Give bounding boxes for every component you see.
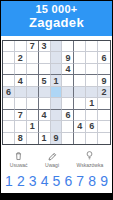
sudoku-cell-r1c6[interactable] [62,41,74,52]
sudoku-cell-r8c8[interactable]: 6 [86,121,98,132]
sudoku-cell-r2c2[interactable]: 2 [15,52,27,63]
sudoku-cell-r2c8[interactable] [86,52,98,63]
numpad-2[interactable]: 2 [17,173,25,189]
sudoku-cell-r5c5[interactable] [51,87,63,98]
sudoku-cell-r2c3[interactable] [27,52,39,63]
sudoku-cell-r3c9[interactable] [98,64,110,75]
sudoku-cell-r8c1[interactable] [3,121,15,132]
numpad-4[interactable]: 4 [41,173,49,189]
sudoku-cell-r7c6[interactable]: 6 [62,110,74,121]
sudoku-cell-r7c5[interactable] [51,110,63,121]
sudoku-cell-r5c1[interactable]: 6 [3,87,15,98]
sudoku-cell-r7c4[interactable]: 4 [39,110,51,121]
sudoku-cell-r8c9[interactable] [98,121,110,132]
hint-label: Wskazówka [77,162,104,168]
sudoku-cell-r3c6[interactable]: 4 [62,64,74,75]
sudoku-cell-r7c7[interactable] [74,110,86,121]
pencil-icon [47,150,57,161]
numpad-7[interactable]: 7 [76,173,84,189]
hint-button[interactable]: Wskazówka [77,150,104,168]
sudoku-cell-r4c2[interactable]: 4 [15,75,27,86]
sudoku-cell-r1c5[interactable] [51,41,63,52]
sudoku-cell-r6c4[interactable] [39,98,51,109]
sudoku-cell-r4c7[interactable] [74,75,86,86]
sudoku-cell-r2c6[interactable]: 9 [62,52,74,63]
sudoku-cell-r8c2[interactable] [15,121,27,132]
numpad-3[interactable]: 3 [29,173,37,189]
notes-label: Uwagi [45,162,59,168]
sudoku-cell-r6c9[interactable] [98,98,110,109]
sudoku-cell-r9c4[interactable]: 1 [39,133,51,144]
sudoku-cell-r1c2[interactable] [15,41,27,52]
sudoku-cell-r9c2[interactable]: 8 [15,133,27,144]
sudoku-cell-r1c1[interactable] [3,41,15,52]
sudoku-cell-r6c2[interactable] [15,98,27,109]
sudoku-cell-r9c9[interactable] [98,133,110,144]
sudoku-cell-r7c9[interactable] [98,110,110,121]
numpad-5[interactable]: 5 [53,173,61,189]
sudoku-cell-r9c1[interactable] [3,133,15,144]
sudoku-cell-r6c3[interactable] [27,98,39,109]
numpad: 1 2 3 4 5 6 7 8 9 [1,173,112,189]
sudoku-cell-r3c3[interactable] [27,64,39,75]
sudoku-cell-r1c4[interactable]: 3 [39,41,51,52]
erase-button[interactable]: Usuwać [10,150,28,168]
sudoku-cell-r6c5[interactable] [51,98,63,109]
sudoku-cell-r7c1[interactable] [3,110,15,121]
sudoku-cell-r9c8[interactable] [86,133,98,144]
sudoku-cell-r2c9[interactable]: 6 [98,52,110,63]
sudoku-cell-r3c8[interactable] [86,64,98,75]
erase-label: Usuwać [10,162,28,168]
sudoku-cell-r8c6[interactable] [62,121,74,132]
sudoku-cell-r2c1[interactable] [3,52,15,63]
lightbulb-icon [85,150,94,161]
sudoku-app: 15 000+ Zagadek 7329644519621746146819 U… [1,1,112,193]
sudoku-cell-r5c3[interactable] [27,87,39,98]
sudoku-cell-r8c5[interactable] [51,121,63,132]
sudoku-cell-r9c3[interactable] [27,133,39,144]
promo-banner: 15 000+ Zagadek [1,1,112,36]
sudoku-cell-r7c2[interactable]: 7 [15,110,27,121]
sudoku-cell-r1c9[interactable] [98,41,110,52]
sudoku-cell-r6c1[interactable] [3,98,15,109]
sudoku-cell-r8c3[interactable]: 1 [27,121,39,132]
numpad-1[interactable]: 1 [5,173,13,189]
sudoku-cell-r4c9[interactable]: 9 [98,75,110,86]
sudoku-cell-r7c3[interactable] [27,110,39,121]
sudoku-cell-r5c7[interactable] [74,87,86,98]
sudoku-cell-r5c4[interactable] [39,87,51,98]
sudoku-cell-r6c6[interactable] [62,98,74,109]
sudoku-cell-r4c8[interactable] [86,75,98,86]
sudoku-cell-r6c7[interactable] [74,98,86,109]
sudoku-cell-r9c7[interactable] [74,133,86,144]
sudoku-cell-r7c8[interactable] [86,110,98,121]
sudoku-cell-r9c5[interactable]: 9 [51,133,63,144]
sudoku-cell-r8c7[interactable]: 4 [74,121,86,132]
numpad-8[interactable]: 8 [88,173,96,189]
sudoku-cell-r2c5[interactable] [51,52,63,63]
sudoku-cell-r4c1[interactable] [3,75,15,86]
sudoku-cell-r3c2[interactable] [15,64,27,75]
sudoku-cell-r1c8[interactable] [86,41,98,52]
sudoku-cell-r2c7[interactable] [74,52,86,63]
sudoku-cell-r3c1[interactable] [3,64,15,75]
sudoku-cell-r9c6[interactable] [62,133,74,144]
sudoku-cell-r4c5[interactable]: 1 [51,75,63,86]
sudoku-cell-r3c5[interactable] [51,64,63,75]
sudoku-cell-r4c3[interactable] [27,75,39,86]
sudoku-cell-r1c7[interactable] [74,41,86,52]
sudoku-cell-r5c6[interactable] [62,87,74,98]
numpad-9[interactable]: 9 [100,173,108,189]
numpad-6[interactable]: 6 [64,173,72,189]
notes-button[interactable]: Uwagi [45,150,59,168]
trash-icon [14,150,23,161]
sudoku-cell-r4c4[interactable]: 5 [39,75,51,86]
banner-puzzle-word: Zagadek [1,16,112,30]
sudoku-cell-r2c4[interactable] [39,52,51,63]
sudoku-cell-r5c8[interactable] [86,87,98,98]
toolbar: Usuwać Uwagi [1,150,112,170]
sudoku-cell-r6c8[interactable]: 1 [86,98,98,109]
sudoku-cell-r5c9[interactable]: 2 [98,87,110,98]
sudoku-cell-r5c2[interactable] [15,87,27,98]
sudoku-cell-r4c6[interactable] [62,75,74,86]
sudoku-cell-r3c7[interactable] [74,64,86,75]
sudoku-cell-r8c4[interactable] [39,121,51,132]
phone-screenshot-frame: 15 000+ Zagadek 7329644519621746146819 U… [0,0,113,200]
sudoku-grid: 7329644519621746146819 [2,40,111,145]
sudoku-cell-r3c4[interactable] [39,64,51,75]
sudoku-cell-r1c3[interactable]: 7 [27,41,39,52]
